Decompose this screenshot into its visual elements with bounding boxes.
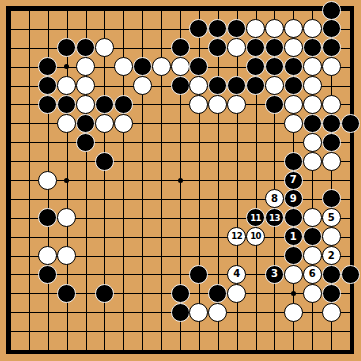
go-stone-white (303, 19, 322, 38)
go-stone-white (284, 303, 303, 322)
go-stone-black (322, 19, 341, 38)
go-stone-white (303, 152, 322, 171)
go-stone-black (303, 227, 322, 246)
go-diagram: 78911135121012436 (0, 0, 361, 361)
go-stone-white (227, 284, 246, 303)
go-stone-black (284, 208, 303, 227)
star-point (64, 178, 69, 183)
move-number: 1 (290, 232, 297, 242)
go-stone-black (114, 95, 133, 114)
go-stone-white (322, 95, 341, 114)
go-stone-black (303, 38, 322, 57)
go-stone-white (189, 303, 208, 322)
go-stone-white: 6 (303, 265, 322, 284)
go-stone-white (322, 303, 341, 322)
go-stone-black (284, 152, 303, 171)
move-number: 3 (271, 269, 278, 279)
go-stone-black (76, 114, 95, 133)
go-stone-white (76, 95, 95, 114)
go-board[interactable]: 78911135121012436 (0, 0, 361, 361)
go-stone-white (303, 57, 322, 76)
go-stone-black (133, 57, 152, 76)
go-stone-white (303, 76, 322, 95)
move-number: 5 (328, 213, 335, 223)
move-number: 10 (250, 232, 261, 241)
move-number: 11 (250, 214, 261, 223)
grid-line (10, 331, 351, 332)
go-stone-white (303, 284, 322, 303)
go-stone-black: 7 (284, 171, 303, 190)
go-stone-white (152, 57, 171, 76)
go-stone-black (95, 152, 114, 171)
go-stone-white (265, 76, 284, 95)
move-number: 6 (309, 269, 316, 279)
go-stone-white (303, 246, 322, 265)
go-stone-black (284, 76, 303, 95)
go-stone-black (303, 114, 322, 133)
go-stone-black (322, 1, 341, 20)
go-stone-black (284, 57, 303, 76)
go-stone-black (76, 133, 95, 152)
go-stone-black: 3 (265, 265, 284, 284)
go-stone-white (303, 95, 322, 114)
go-stone-black (95, 284, 114, 303)
go-stone-black (171, 76, 190, 95)
move-number: 7 (290, 175, 297, 185)
go-stone-black (57, 95, 76, 114)
move-number: 12 (231, 232, 242, 241)
go-stone-white (76, 76, 95, 95)
go-stone-white: 2 (322, 246, 341, 265)
go-stone-black (322, 133, 341, 152)
move-number: 2 (328, 251, 335, 261)
move-number: 4 (233, 269, 240, 279)
go-stone-white (322, 227, 341, 246)
go-stone-black (246, 76, 265, 95)
go-stone-white (95, 114, 114, 133)
go-stone-black (171, 303, 190, 322)
go-stone-white: 4 (227, 265, 246, 284)
go-stone-black (322, 265, 341, 284)
go-stone-white (284, 265, 303, 284)
go-stone-white (38, 171, 57, 190)
go-stone-black (322, 284, 341, 303)
go-stone-black (171, 284, 190, 303)
go-stone-white (133, 76, 152, 95)
go-stone-black (322, 189, 341, 208)
go-stone-white (322, 152, 341, 171)
go-stone-black (265, 57, 284, 76)
go-stone-white: 5 (322, 208, 341, 227)
go-stone-black (322, 38, 341, 57)
go-stone-black (57, 284, 76, 303)
go-stone-white (303, 208, 322, 227)
move-number: 9 (290, 194, 297, 204)
go-stone-black (171, 38, 190, 57)
go-stone-white (322, 57, 341, 76)
go-stone-white (57, 114, 76, 133)
go-stone-black (322, 114, 341, 133)
go-stone-black (265, 95, 284, 114)
go-stone-white (284, 95, 303, 114)
go-stone-white (114, 57, 133, 76)
go-stone-black (208, 284, 227, 303)
go-stone-black: 1 (284, 227, 303, 246)
go-stone-white (284, 38, 303, 57)
go-stone-white (284, 114, 303, 133)
star-point (291, 291, 296, 296)
go-stone-black (95, 95, 114, 114)
go-stone-white (227, 95, 246, 114)
go-stone-black (284, 246, 303, 265)
move-number: 13 (269, 214, 280, 223)
go-stone-black (341, 265, 360, 284)
move-number: 8 (271, 194, 278, 204)
go-stone-white (303, 133, 322, 152)
grid-line (350, 10, 351, 351)
go-stone-black (341, 114, 360, 133)
grid-line (10, 350, 351, 351)
star-point (178, 178, 183, 183)
go-stone-white (114, 114, 133, 133)
go-stone-white (208, 303, 227, 322)
go-stone-white (171, 57, 190, 76)
